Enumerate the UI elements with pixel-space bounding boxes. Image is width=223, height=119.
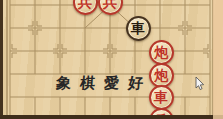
window-edge-bottom	[0, 115, 223, 119]
piece-glyph: 兵	[103, 0, 117, 9]
board-grid[interactable]	[0, 0, 223, 119]
piece-glyph: 炮	[154, 45, 168, 59]
piece-glyph: 車	[131, 21, 145, 35]
xiangqi-app-window: 象棋愛好 兵兵車炮炮車兵	[0, 0, 223, 119]
piece-black-chariot[interactable]: 車	[126, 16, 151, 41]
piece-red-chariot[interactable]: 車	[149, 85, 174, 110]
piece-glyph: 兵	[78, 0, 92, 9]
piece-red-cannon[interactable]: 炮	[149, 63, 174, 88]
watermark-text: 象棋愛好	[55, 74, 152, 93]
piece-red-cannon[interactable]: 炮	[149, 40, 174, 65]
piece-glyph: 車	[154, 90, 168, 104]
piece-glyph: 炮	[154, 68, 168, 82]
mouse-cursor	[195, 77, 205, 91]
board-right-margin	[213, 0, 223, 119]
window-edge-left	[0, 0, 3, 119]
